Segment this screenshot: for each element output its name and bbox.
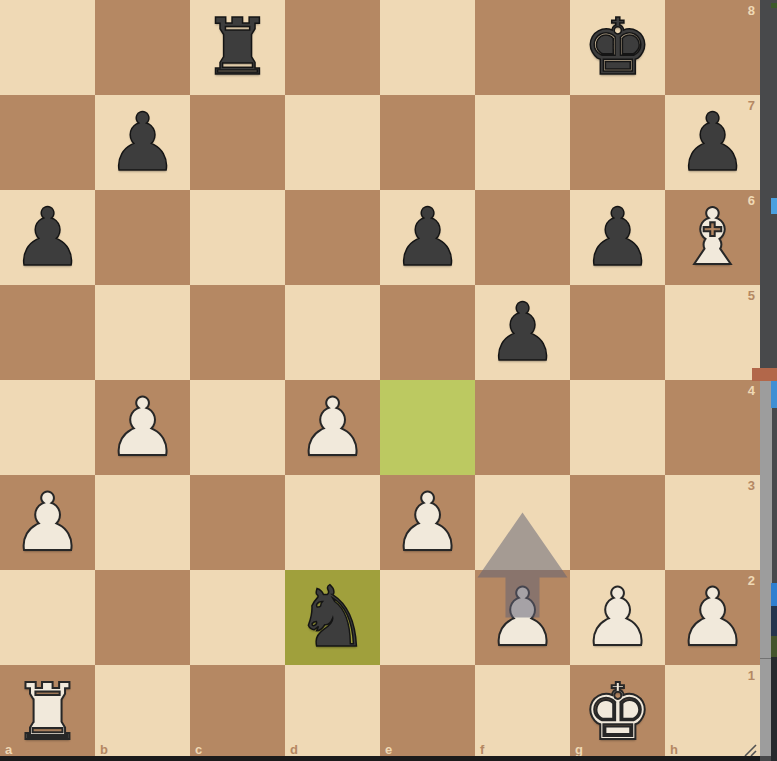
square-a3[interactable]: ♟ [0, 475, 95, 570]
coord-file-h: h [670, 742, 678, 757]
square-c3[interactable] [190, 475, 285, 570]
square-d4[interactable]: ♟ [285, 380, 380, 475]
square-h7[interactable]: ♟7 [665, 95, 760, 190]
coord-file-c: c [195, 742, 202, 757]
scrollbar-mark-4 [771, 583, 777, 606]
white-pawn-e3[interactable]: ♟ [392, 475, 464, 570]
black-knight-d2[interactable]: ♞ [295, 570, 370, 665]
square-g3[interactable] [570, 475, 665, 570]
square-f7[interactable] [475, 95, 570, 190]
square-b6[interactable] [95, 190, 190, 285]
page-bottom-edge [0, 756, 760, 761]
square-e7[interactable] [380, 95, 475, 190]
square-a1[interactable]: ♜a [0, 665, 95, 760]
square-a6[interactable]: ♟ [0, 190, 95, 285]
black-pawn-h7[interactable]: ♟ [677, 95, 749, 190]
black-pawn-g6[interactable]: ♟ [582, 190, 654, 285]
white-pawn-h2[interactable]: ♟ [677, 570, 749, 665]
white-pawn-f2[interactable]: ♟ [487, 570, 559, 665]
coord-rank-6: 6 [748, 193, 755, 208]
square-b8[interactable] [95, 0, 190, 95]
square-g4[interactable] [570, 380, 665, 475]
coord-file-a: a [5, 742, 12, 757]
square-f2[interactable]: ♟ [475, 570, 570, 665]
square-a4[interactable] [0, 380, 95, 475]
white-pawn-a3[interactable]: ♟ [12, 475, 84, 570]
black-pawn-a6[interactable]: ♟ [12, 190, 84, 285]
square-c1[interactable]: c [190, 665, 285, 760]
square-g2[interactable]: ♟ [570, 570, 665, 665]
black-pawn-e6[interactable]: ♟ [392, 190, 464, 285]
square-d8[interactable] [285, 0, 380, 95]
white-pawn-g2[interactable]: ♟ [582, 570, 654, 665]
coord-rank-8: 8 [748, 3, 755, 18]
black-pawn-b7[interactable]: ♟ [107, 95, 179, 190]
square-e1[interactable]: e [380, 665, 475, 760]
square-h5[interactable]: 5 [665, 285, 760, 380]
square-h6[interactable]: ♝6 [665, 190, 760, 285]
square-g8[interactable]: ♚ [570, 0, 665, 95]
square-e5[interactable] [380, 285, 475, 380]
coord-file-b: b [100, 742, 108, 757]
square-g7[interactable] [570, 95, 665, 190]
square-h3[interactable]: 3 [665, 475, 760, 570]
square-a2[interactable] [0, 570, 95, 665]
coord-rank-4: 4 [748, 383, 755, 398]
white-pawn-b4[interactable]: ♟ [107, 380, 179, 475]
square-g6[interactable]: ♟ [570, 190, 665, 285]
scrollbar-mark-2 [752, 368, 777, 381]
square-d7[interactable] [285, 95, 380, 190]
black-rook-c8[interactable]: ♜ [203, 0, 273, 95]
coord-file-d: d [290, 742, 298, 757]
black-king-g8[interactable]: ♚ [583, 0, 653, 95]
square-b5[interactable] [95, 285, 190, 380]
scrollbar-track[interactable] [760, 0, 777, 761]
square-e8[interactable] [380, 0, 475, 95]
white-king-g1[interactable]: ♚ [583, 665, 653, 760]
square-d2[interactable]: ♞ [285, 570, 380, 665]
chess-board[interactable]: ♜♚8♟♟7♟♟♟♝6♟5♟♟4♟♟3♞♟♟♟2♜abcdef♚gh1 [0, 0, 760, 760]
square-f8[interactable] [475, 0, 570, 95]
coord-rank-1: 1 [748, 668, 755, 683]
scrollbar-mark-6 [771, 636, 777, 657]
white-pawn-d4[interactable]: ♟ [297, 380, 369, 475]
coord-rank-2: 2 [748, 573, 755, 588]
chess-analysis-screen: ♜♚8♟♟7♟♟♟♝6♟5♟♟4♟♟3♞♟♟♟2♜abcdef♚gh1 [0, 0, 777, 761]
square-a5[interactable] [0, 285, 95, 380]
square-a7[interactable] [0, 95, 95, 190]
square-f5[interactable]: ♟ [475, 285, 570, 380]
coord-rank-5: 5 [748, 288, 755, 303]
square-b1[interactable]: b [95, 665, 190, 760]
scrollbar-mark-1 [771, 198, 777, 214]
square-c6[interactable] [190, 190, 285, 285]
square-c2[interactable] [190, 570, 285, 665]
square-b3[interactable] [95, 475, 190, 570]
coord-rank-3: 3 [748, 478, 755, 493]
white-rook-a1[interactable]: ♜ [13, 665, 83, 760]
coord-file-f: f [480, 742, 484, 757]
square-e6[interactable]: ♟ [380, 190, 475, 285]
square-f4[interactable] [475, 380, 570, 475]
square-h2[interactable]: ♟2 [665, 570, 760, 665]
scrollbar-mark-7 [771, 657, 777, 761]
square-b2[interactable] [95, 570, 190, 665]
square-h4[interactable]: 4 [665, 380, 760, 475]
square-e4[interactable] [380, 380, 475, 475]
scrollbar-mark-3 [771, 381, 777, 408]
square-d5[interactable] [285, 285, 380, 380]
square-b4[interactable]: ♟ [95, 380, 190, 475]
square-c4[interactable] [190, 380, 285, 475]
square-e3[interactable]: ♟ [380, 475, 475, 570]
square-g1[interactable]: ♚g [570, 665, 665, 760]
square-f3[interactable] [475, 475, 570, 570]
square-a8[interactable] [0, 0, 95, 95]
coord-file-e: e [385, 742, 392, 757]
white-bishop-h6[interactable]: ♝ [678, 190, 748, 285]
square-c7[interactable] [190, 95, 285, 190]
square-b7[interactable]: ♟ [95, 95, 190, 190]
square-f1[interactable]: f [475, 665, 570, 760]
square-d1[interactable]: d [285, 665, 380, 760]
square-f6[interactable] [475, 190, 570, 285]
scrollbar-mark-0 [771, 3, 777, 8]
black-pawn-f5[interactable]: ♟ [487, 285, 559, 380]
square-c5[interactable] [190, 285, 285, 380]
scrollbar-mark-5 [771, 606, 777, 636]
square-d6[interactable] [285, 190, 380, 285]
coord-rank-7: 7 [748, 98, 755, 113]
square-g5[interactable] [570, 285, 665, 380]
square-h8[interactable]: 8 [665, 0, 760, 95]
square-e2[interactable] [380, 570, 475, 665]
coord-file-g: g [575, 742, 583, 757]
square-c8[interactable]: ♜ [190, 0, 285, 95]
square-d3[interactable] [285, 475, 380, 570]
